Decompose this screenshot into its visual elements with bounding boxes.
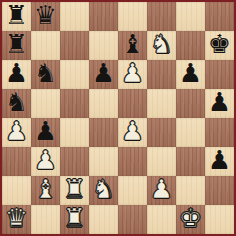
square-h3[interactable]: ♟ (205, 147, 234, 176)
square-c1[interactable]: ♜ (60, 205, 89, 234)
square-g4[interactable] (176, 118, 205, 147)
square-e3[interactable] (118, 147, 147, 176)
white-knight-d2: ♞ (92, 175, 115, 204)
square-h8[interactable] (205, 2, 234, 31)
square-g5[interactable] (176, 89, 205, 118)
square-e2[interactable] (118, 176, 147, 205)
square-a7[interactable]: ♜ (2, 31, 31, 60)
square-d1[interactable] (89, 205, 118, 234)
black-rook-a8: ♜ (5, 1, 28, 30)
square-b7[interactable] (31, 31, 60, 60)
square-d7[interactable] (89, 31, 118, 60)
black-knight-b6: ♞ (34, 59, 57, 88)
black-pawn-h3: ♟ (208, 146, 231, 175)
white-king-g1: ♚ (179, 204, 202, 233)
black-rook-a7: ♜ (5, 30, 28, 59)
square-b3[interactable]: ♟ (31, 147, 60, 176)
black-knight-a5: ♞ (5, 88, 28, 117)
square-e1[interactable] (118, 205, 147, 234)
square-f8[interactable] (147, 2, 176, 31)
square-c5[interactable] (60, 89, 89, 118)
square-f4[interactable] (147, 118, 176, 147)
square-f3[interactable] (147, 147, 176, 176)
square-a2[interactable] (2, 176, 31, 205)
square-e8[interactable] (118, 2, 147, 31)
square-a4[interactable]: ♟ (2, 118, 31, 147)
square-f1[interactable] (147, 205, 176, 234)
square-b1[interactable] (31, 205, 60, 234)
square-a5[interactable]: ♞ (2, 89, 31, 118)
square-h7[interactable]: ♚ (205, 31, 234, 60)
black-pawn-d6: ♟ (92, 59, 115, 88)
square-d4[interactable] (89, 118, 118, 147)
square-c4[interactable] (60, 118, 89, 147)
square-a8[interactable]: ♜ (2, 2, 31, 31)
square-e4[interactable]: ♟ (118, 118, 147, 147)
black-pawn-b4: ♟ (34, 117, 57, 146)
square-f2[interactable]: ♟ (147, 176, 176, 205)
white-pawn-b3: ♟ (34, 146, 57, 175)
black-pawn-g6: ♟ (179, 59, 202, 88)
white-bishop-b2: ♝ (34, 175, 57, 204)
white-knight-f7: ♞ (150, 30, 173, 59)
square-b5[interactable] (31, 89, 60, 118)
square-g3[interactable] (176, 147, 205, 176)
square-e6[interactable]: ♟ (118, 60, 147, 89)
square-f5[interactable] (147, 89, 176, 118)
chess-board: ♜♛♜♝♞♚♟♞♟♟♟♞♟♟♟♟♟♟♝♜♞♟♛♜♚ (0, 0, 236, 236)
square-b8[interactable]: ♛ (31, 2, 60, 31)
square-f7[interactable]: ♞ (147, 31, 176, 60)
square-d5[interactable] (89, 89, 118, 118)
white-pawn-a4: ♟ (5, 117, 28, 146)
white-rook-c1: ♜ (63, 204, 86, 233)
square-c3[interactable] (60, 147, 89, 176)
square-a3[interactable] (2, 147, 31, 176)
black-king-h7: ♚ (208, 30, 231, 59)
square-e7[interactable]: ♝ (118, 31, 147, 60)
board-grid: ♜♛♜♝♞♚♟♞♟♟♟♞♟♟♟♟♟♟♝♜♞♟♛♜♚ (2, 2, 234, 234)
square-c2[interactable]: ♜ (60, 176, 89, 205)
black-pawn-a6: ♟ (5, 59, 28, 88)
square-f6[interactable] (147, 60, 176, 89)
black-bishop-e7: ♝ (121, 30, 144, 59)
square-b2[interactable]: ♝ (31, 176, 60, 205)
square-g7[interactable] (176, 31, 205, 60)
square-c8[interactable] (60, 2, 89, 31)
square-h2[interactable] (205, 176, 234, 205)
square-b4[interactable]: ♟ (31, 118, 60, 147)
square-h1[interactable] (205, 205, 234, 234)
square-d3[interactable] (89, 147, 118, 176)
white-rook-c2: ♜ (63, 175, 86, 204)
square-h5[interactable]: ♟ (205, 89, 234, 118)
square-e5[interactable] (118, 89, 147, 118)
square-d2[interactable]: ♞ (89, 176, 118, 205)
square-d8[interactable] (89, 2, 118, 31)
white-pawn-f2: ♟ (150, 175, 173, 204)
square-h6[interactable] (205, 60, 234, 89)
white-pawn-e6: ♟ (121, 59, 144, 88)
square-b6[interactable]: ♞ (31, 60, 60, 89)
black-pawn-h5: ♟ (208, 88, 231, 117)
black-queen-b8: ♛ (34, 1, 57, 30)
square-g8[interactable] (176, 2, 205, 31)
square-c6[interactable] (60, 60, 89, 89)
square-h4[interactable] (205, 118, 234, 147)
square-d6[interactable]: ♟ (89, 60, 118, 89)
square-g2[interactable] (176, 176, 205, 205)
square-c7[interactable] (60, 31, 89, 60)
square-g1[interactable]: ♚ (176, 205, 205, 234)
square-a6[interactable]: ♟ (2, 60, 31, 89)
square-g6[interactable]: ♟ (176, 60, 205, 89)
white-pawn-e4: ♟ (121, 117, 144, 146)
white-queen-a1: ♛ (5, 204, 28, 233)
square-a1[interactable]: ♛ (2, 205, 31, 234)
